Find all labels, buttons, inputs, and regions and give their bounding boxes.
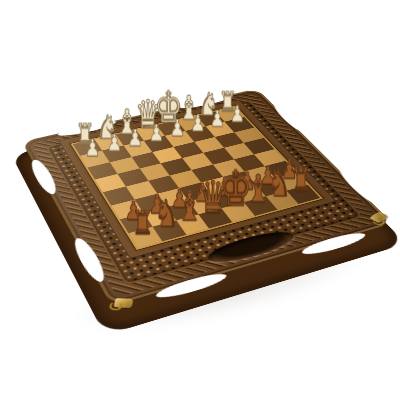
piece-brown-pawn: ♟ bbox=[158, 187, 203, 212]
piece-brown-pawn: ♟ bbox=[134, 193, 179, 219]
product-photo-scene: Angled product photo on a white studio b… bbox=[0, 0, 400, 400]
